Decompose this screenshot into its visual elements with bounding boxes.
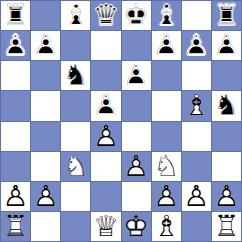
square-e4[interactable] (122, 122, 151, 151)
black-pawn-icon: ♟♙ (31, 31, 60, 60)
white-pawn-icon: ♟♙ (1, 182, 30, 211)
square-d7[interactable] (91, 31, 120, 60)
square-h8[interactable]: ♜♖ (212, 1, 241, 30)
chess-board: ♜♖♝♗♛♕♚♔♝♗♜♖♟♙♟♙♟♙♟♙♟♙♞♘♟♙♟♙♝♗♞♘♟♙♞♘♟♙♞♘… (0, 0, 242, 242)
black-knight-icon: ♞♘ (212, 91, 241, 120)
piece-fill-glyph: ♟ (212, 182, 241, 211)
square-c3[interactable]: ♞♘ (61, 152, 90, 181)
square-c1[interactable] (61, 212, 90, 241)
piece-fill-glyph: ♟ (212, 31, 241, 60)
square-b7[interactable]: ♟♙ (31, 31, 60, 60)
square-c6[interactable]: ♞♘ (61, 61, 90, 90)
piece-fill-glyph: ♞ (212, 91, 241, 120)
square-e2[interactable] (122, 182, 151, 211)
piece-fill-glyph: ♝ (182, 91, 211, 120)
piece-fill-glyph: ♟ (91, 91, 120, 120)
piece-fill-glyph: ♞ (152, 152, 181, 181)
square-d5[interactable]: ♟♙ (91, 91, 120, 120)
square-h1[interactable]: ♜♖ (212, 212, 241, 241)
square-h4[interactable] (212, 122, 241, 151)
chess-diagram: ♜♖♝♗♛♕♚♔♝♗♜♖♟♙♟♙♟♙♟♙♟♙♞♘♟♙♟♙♝♗♞♘♟♙♞♘♟♙♞♘… (0, 0, 242, 242)
square-g2[interactable]: ♟♙ (182, 182, 211, 211)
black-rook-icon: ♜♖ (212, 1, 241, 30)
square-g4[interactable] (182, 122, 211, 151)
square-b1[interactable] (31, 212, 60, 241)
black-bishop-icon: ♝♗ (61, 1, 90, 30)
piece-outline-glyph: ♕ (91, 1, 120, 30)
piece-outline-glyph: ♙ (1, 31, 30, 60)
black-pawn-icon: ♟♙ (1, 31, 30, 60)
piece-fill-glyph: ♟ (122, 61, 151, 90)
white-bishop-icon: ♝♗ (182, 91, 211, 120)
square-d1[interactable]: ♛♕ (91, 212, 120, 241)
square-c4[interactable] (61, 122, 90, 151)
piece-fill-glyph: ♜ (1, 1, 30, 30)
white-pawn-icon: ♟♙ (31, 182, 60, 211)
square-g5[interactable]: ♝♗ (182, 91, 211, 120)
piece-outline-glyph: ♙ (122, 152, 151, 181)
white-king-icon: ♚♔ (122, 212, 151, 241)
square-f4[interactable] (152, 122, 181, 151)
piece-outline-glyph: ♗ (152, 212, 181, 241)
white-knight-icon: ♞♘ (152, 152, 181, 181)
piece-fill-glyph: ♟ (31, 31, 60, 60)
square-g3[interactable] (182, 152, 211, 181)
white-knight-icon: ♞♘ (61, 152, 90, 181)
square-b6[interactable] (31, 61, 60, 90)
piece-outline-glyph: ♙ (31, 182, 60, 211)
black-pawn-icon: ♟♙ (122, 61, 151, 90)
square-g6[interactable] (182, 61, 211, 90)
square-g1[interactable] (182, 212, 211, 241)
white-pawn-icon: ♟♙ (212, 182, 241, 211)
piece-fill-glyph: ♞ (61, 61, 90, 90)
black-king-icon: ♚♔ (122, 1, 151, 30)
square-a2[interactable]: ♟♙ (1, 182, 30, 211)
square-d3[interactable] (91, 152, 120, 181)
piece-outline-glyph: ♔ (122, 212, 151, 241)
square-g7[interactable]: ♟♙ (182, 31, 211, 60)
square-a6[interactable] (1, 61, 30, 90)
piece-fill-glyph: ♜ (1, 212, 30, 241)
piece-outline-glyph: ♘ (212, 91, 241, 120)
black-pawn-icon: ♟♙ (182, 31, 211, 60)
square-a3[interactable] (1, 152, 30, 181)
square-c2[interactable] (61, 182, 90, 211)
square-e5[interactable] (122, 91, 151, 120)
square-e3[interactable]: ♟♙ (122, 152, 151, 181)
piece-fill-glyph: ♟ (1, 31, 30, 60)
piece-outline-glyph: ♙ (182, 182, 211, 211)
square-f2[interactable]: ♟♙ (152, 182, 181, 211)
white-pawn-icon: ♟♙ (91, 122, 120, 151)
piece-outline-glyph: ♙ (212, 31, 241, 60)
piece-fill-glyph: ♞ (61, 152, 90, 181)
white-rook-icon: ♜♖ (1, 212, 30, 241)
piece-outline-glyph: ♙ (91, 122, 120, 151)
piece-fill-glyph: ♟ (122, 152, 151, 181)
piece-fill-glyph: ♟ (182, 182, 211, 211)
square-a8[interactable]: ♜♖ (1, 1, 30, 30)
square-e8[interactable]: ♚♔ (122, 1, 151, 30)
piece-fill-glyph: ♜ (212, 212, 241, 241)
square-g8[interactable] (182, 1, 211, 30)
square-f3[interactable]: ♞♘ (152, 152, 181, 181)
black-knight-icon: ♞♘ (61, 61, 90, 90)
piece-outline-glyph: ♗ (61, 1, 90, 30)
piece-outline-glyph: ♙ (122, 61, 151, 90)
white-pawn-icon: ♟♙ (182, 182, 211, 211)
black-pawn-icon: ♟♙ (212, 31, 241, 60)
black-pawn-icon: ♟♙ (91, 91, 120, 120)
square-h6[interactable] (212, 61, 241, 90)
white-pawn-icon: ♟♙ (122, 152, 151, 181)
piece-fill-glyph: ♝ (61, 1, 90, 30)
square-b4[interactable] (31, 122, 60, 151)
piece-fill-glyph: ♜ (212, 1, 241, 30)
piece-outline-glyph: ♗ (152, 1, 181, 30)
black-bishop-icon: ♝♗ (152, 1, 181, 30)
piece-outline-glyph: ♗ (182, 91, 211, 120)
square-e6[interactable]: ♟♙ (122, 61, 151, 90)
piece-outline-glyph: ♙ (212, 182, 241, 211)
square-h2[interactable]: ♟♙ (212, 182, 241, 211)
piece-outline-glyph: ♙ (152, 182, 181, 211)
square-d2[interactable] (91, 182, 120, 211)
square-e1[interactable]: ♚♔ (122, 212, 151, 241)
white-bishop-icon: ♝♗ (152, 212, 181, 241)
piece-outline-glyph: ♙ (182, 31, 211, 60)
square-c7[interactable] (61, 31, 90, 60)
square-c8[interactable]: ♝♗ (61, 1, 90, 30)
piece-outline-glyph: ♔ (122, 1, 151, 30)
square-a1[interactable]: ♜♖ (1, 212, 30, 241)
piece-fill-glyph: ♟ (31, 182, 60, 211)
square-d4[interactable]: ♟♙ (91, 122, 120, 151)
square-h3[interactable] (212, 152, 241, 181)
square-b8[interactable] (31, 1, 60, 30)
piece-outline-glyph: ♙ (31, 31, 60, 60)
square-a5[interactable] (1, 91, 30, 120)
piece-fill-glyph: ♟ (152, 182, 181, 211)
piece-outline-glyph: ♙ (152, 31, 181, 60)
square-h7[interactable]: ♟♙ (212, 31, 241, 60)
black-queen-icon: ♛♕ (91, 1, 120, 30)
square-b3[interactable] (31, 152, 60, 181)
square-f6[interactable] (152, 61, 181, 90)
square-a4[interactable] (1, 122, 30, 151)
piece-outline-glyph: ♖ (1, 212, 30, 241)
square-b5[interactable] (31, 91, 60, 120)
piece-outline-glyph: ♘ (152, 152, 181, 181)
piece-outline-glyph: ♖ (212, 212, 241, 241)
piece-fill-glyph: ♝ (152, 212, 181, 241)
piece-outline-glyph: ♙ (1, 182, 30, 211)
piece-fill-glyph: ♟ (152, 31, 181, 60)
piece-fill-glyph: ♚ (122, 212, 151, 241)
piece-fill-glyph: ♟ (182, 31, 211, 60)
square-c5[interactable] (61, 91, 90, 120)
square-d6[interactable] (91, 61, 120, 90)
square-h5[interactable]: ♞♘ (212, 91, 241, 120)
piece-fill-glyph: ♛ (91, 212, 120, 241)
piece-fill-glyph: ♟ (91, 122, 120, 151)
square-f5[interactable] (152, 91, 181, 120)
black-rook-icon: ♜♖ (1, 1, 30, 30)
piece-fill-glyph: ♝ (152, 1, 181, 30)
square-b2[interactable]: ♟♙ (31, 182, 60, 211)
square-f7[interactable]: ♟♙ (152, 31, 181, 60)
white-queen-icon: ♛♕ (91, 212, 120, 241)
white-rook-icon: ♜♖ (212, 212, 241, 241)
square-e7[interactable] (122, 31, 151, 60)
square-a7[interactable]: ♟♙ (1, 31, 30, 60)
square-d8[interactable]: ♛♕ (91, 1, 120, 30)
piece-outline-glyph: ♕ (91, 212, 120, 241)
piece-fill-glyph: ♚ (122, 1, 151, 30)
square-f1[interactable]: ♝♗ (152, 212, 181, 241)
white-pawn-icon: ♟♙ (152, 182, 181, 211)
piece-fill-glyph: ♛ (91, 1, 120, 30)
piece-outline-glyph: ♙ (91, 91, 120, 120)
piece-outline-glyph: ♘ (61, 152, 90, 181)
piece-fill-glyph: ♟ (1, 182, 30, 211)
piece-outline-glyph: ♘ (61, 61, 90, 90)
black-pawn-icon: ♟♙ (152, 31, 181, 60)
piece-outline-glyph: ♖ (1, 1, 30, 30)
square-f8[interactable]: ♝♗ (152, 1, 181, 30)
piece-outline-glyph: ♖ (212, 1, 241, 30)
